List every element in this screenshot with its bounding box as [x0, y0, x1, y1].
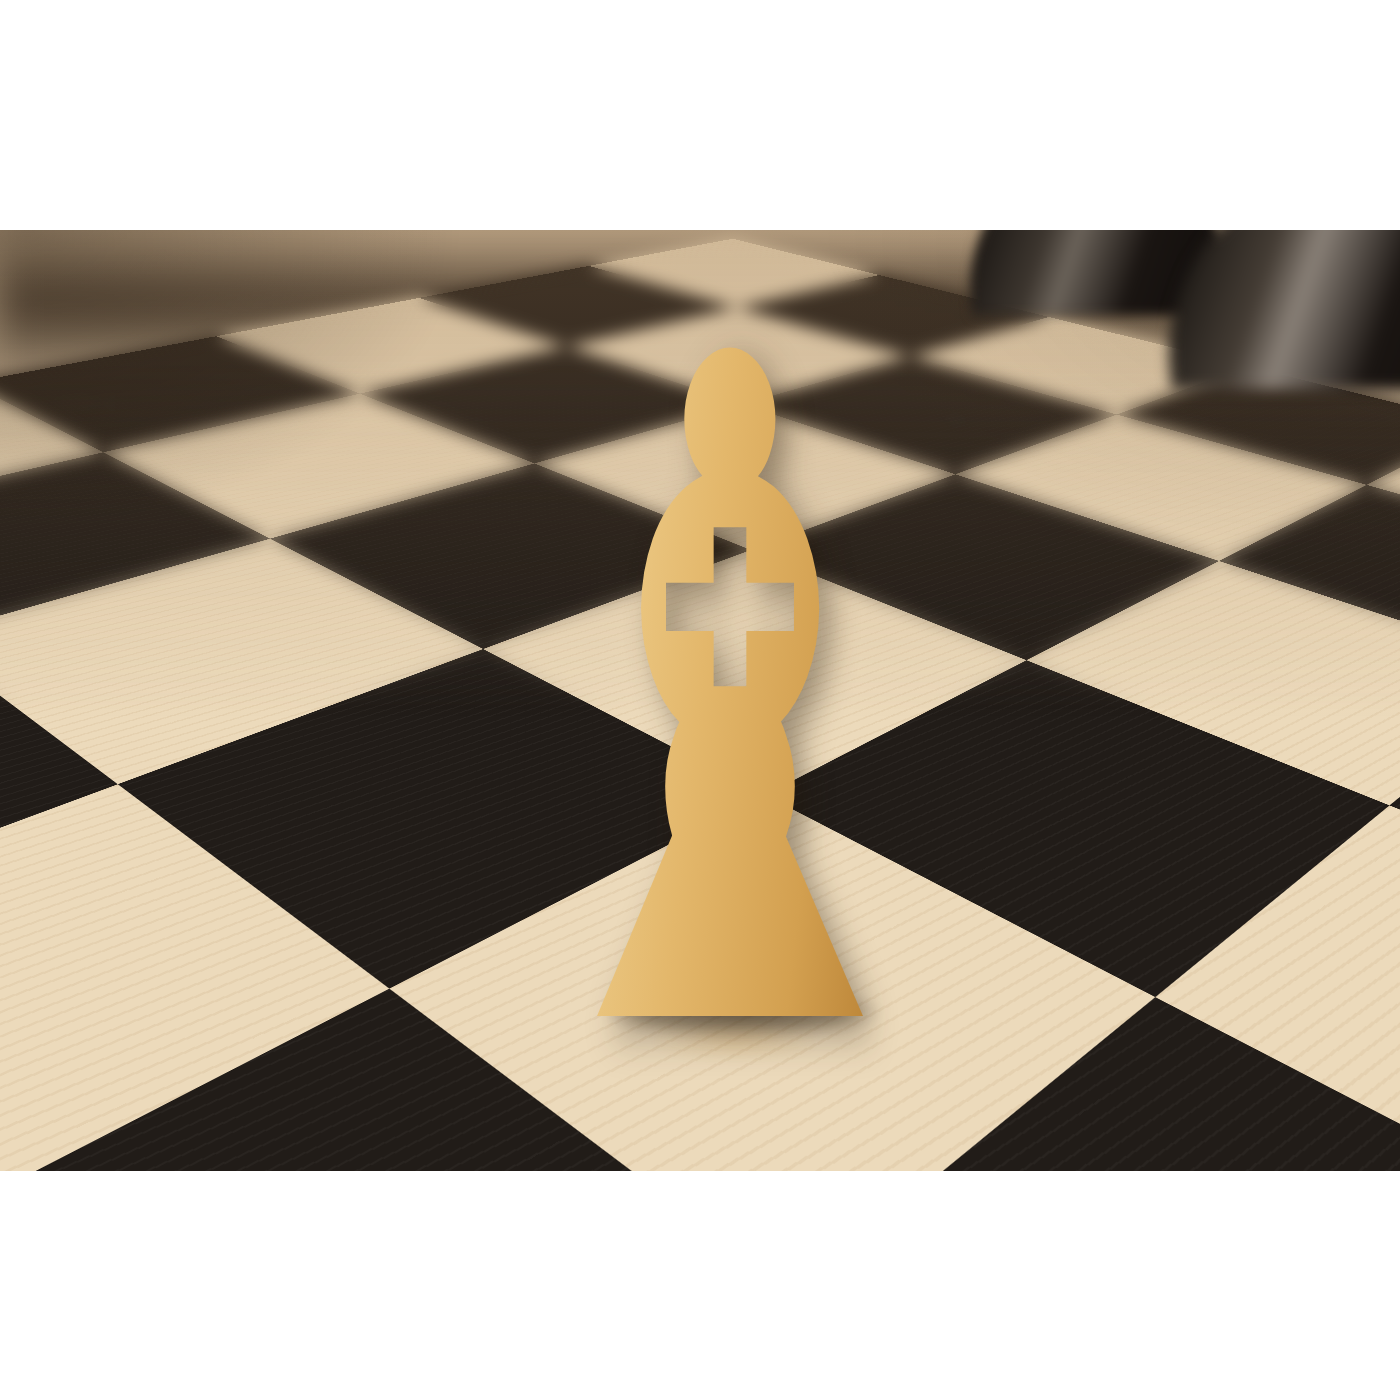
black-pawn-blurred-right: ♟ [1085, 230, 1400, 482]
photo-canvas: ♟ ♟ ♝ [0, 0, 1400, 1400]
white-bishop: ♝ [476, 242, 985, 1157]
photo-band: ♟ ♟ ♝ [0, 230, 1400, 1171]
